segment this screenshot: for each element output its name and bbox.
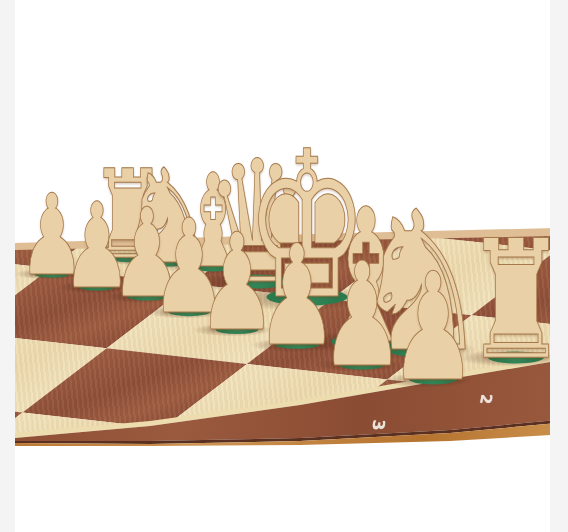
piece-shadow [296,331,421,352]
white-knight-glyph: ♞ [120,152,213,282]
felt-pad [409,374,457,384]
piece-white-pawn: ♟ [0,0,568,532]
felt-pad [339,360,385,370]
felt-pad [215,325,258,334]
felt-pad [78,283,116,291]
felt-pad [189,261,237,271]
piece-white-pawn: ♟ [0,0,568,532]
piece-white-pawn: ♟ [0,0,568,532]
piece-shadow [58,281,127,293]
piece-white-pawn: ♟ [0,0,568,532]
felt-pad [34,270,70,278]
piece-shadow [384,373,471,388]
white-bishop-glyph: ♝ [315,185,418,370]
piece-shadow [459,349,562,366]
white-rook-glyph: ♜ [90,154,167,276]
felt-pad [127,292,167,300]
page-gutter-right [550,0,568,532]
felt-pad [488,351,544,363]
felt-pad [225,275,289,289]
white-pawn-glyph: ♟ [19,179,85,291]
piece-shadow [85,252,161,265]
piece-shadow [119,255,205,269]
felt-pad [168,307,210,316]
piece-white-pawn: ♟ [0,0,568,532]
felt-pad [266,289,347,306]
piece-shadow [350,339,477,360]
piece-white-knight: ♞ [0,0,568,532]
piece-shadow [224,286,372,311]
piece-shadow [251,338,333,352]
piece-shadow [315,358,400,372]
felt-pad [107,253,149,262]
felt-pad [275,340,320,349]
piece-white-pawn: ♟ [0,0,568,532]
white-queen-glyph: ♛ [205,138,308,307]
piece-shadow [164,260,251,275]
piece-shadow [15,268,81,279]
white-pawn-glyph: ♟ [256,227,338,366]
white-knight-glyph: ♞ [352,186,490,379]
white-pawn-glyph: ♟ [151,202,228,332]
white-pawn-glyph: ♟ [197,216,276,350]
piece-shadow [107,291,179,303]
piece-white-king: ♚ [0,0,568,532]
pieces-layer: ♜♞♝♛♚♝♞♜♟♟♟♟♟♟♟♟ [0,0,568,532]
white-pawn-glyph: ♟ [389,253,477,402]
felt-pad [386,342,456,357]
piece-shadow [191,272,309,292]
piece-white-knight: ♞ [0,0,568,532]
white-pawn-glyph: ♟ [62,187,132,305]
felt-pad [332,334,401,349]
white-pawn-glyph: ♟ [319,243,404,387]
piece-shadow [193,323,272,336]
white-pawn-glyph: ♟ [111,192,184,315]
felt-pad [144,257,191,267]
piece-shadow [146,306,222,319]
piece-white-pawn: ♟ [0,0,568,532]
piece-white-bishop: ♝ [0,0,568,532]
piece-white-rook: ♜ [0,0,568,532]
white-king-glyph: ♚ [245,125,369,328]
piece-white-queen: ♛ [0,0,568,532]
white-bishop-glyph: ♝ [177,157,249,286]
piece-white-bishop: ♝ [0,0,568,532]
piece-white-pawn: ♟ [0,0,568,532]
product-photo: 3 2 ♜♞♝♛♚♝♞♜♟♟♟♟♟♟♟♟ [0,0,568,532]
page-gutter-left [0,0,15,532]
piece-white-rook: ♜ [0,0,568,532]
